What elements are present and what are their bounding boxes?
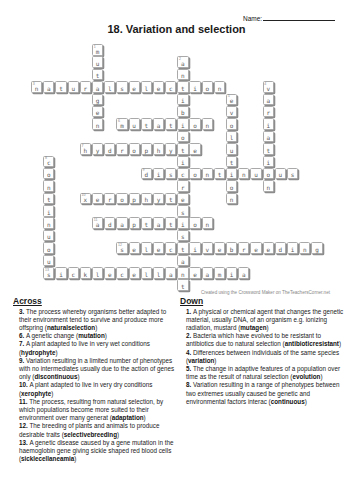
cell-letter: o — [203, 85, 212, 93]
cell-letter: i — [264, 159, 273, 167]
grid-cell-r11c14[interactable]: o — [189, 168, 200, 180]
cell-letter: e — [251, 246, 260, 254]
cell-letter: n — [178, 271, 187, 279]
cell-letter: g — [312, 246, 321, 254]
grid-cell-r19c3[interactable]: i — [55, 267, 66, 279]
grid-cell-r6c20[interactable]: r — [263, 106, 274, 118]
clue-item-answer: sicklecellaneamia — [21, 455, 74, 462]
grid-cell-r13c9[interactable]: p — [129, 193, 140, 205]
cell-letter: l — [154, 271, 163, 279]
grid-cell-r4c16[interactable]: n — [214, 81, 225, 93]
grid-cell-r15c8[interactable]: a — [116, 217, 127, 229]
clue-item-answer: mutagen — [240, 324, 266, 331]
clue-item: 8. Variation resulting in a range of phe… — [186, 381, 350, 406]
cell-letter: g — [93, 97, 102, 105]
grid-cell-r4c4[interactable]: u — [68, 81, 79, 93]
grid-cell-r10c2[interactable]: 8c — [43, 156, 54, 168]
cell-letter: t — [56, 85, 65, 93]
grid-cell-r15c2[interactable]: n — [43, 217, 54, 229]
cell-letter: a — [117, 221, 126, 229]
grid-cell-r15c6[interactable]: 11a — [92, 217, 103, 229]
cell-letter: i — [178, 97, 187, 105]
grid-cell-r4c2[interactable]: a — [43, 81, 54, 93]
grid-cell-r9c10[interactable]: p — [141, 143, 152, 155]
grid-cell-r17c10[interactable]: l — [141, 242, 152, 254]
cell-letter: i — [190, 246, 199, 254]
clue-item: 11. The process, resulting from natural … — [19, 398, 178, 423]
grid-cell-r16c13[interactable]: s — [177, 230, 188, 242]
cell-letter: b — [227, 246, 236, 254]
grid-cell-r17c17[interactable]: b — [226, 242, 237, 254]
cell-letter: o — [178, 134, 187, 142]
grid-cell-r13c2[interactable]: t — [43, 193, 54, 205]
grid-cell-r13c6[interactable]: e — [92, 193, 103, 205]
grid-cell-r18c2[interactable]: u — [43, 255, 54, 267]
cell-letter: r — [239, 246, 248, 254]
cell-letter: s — [166, 171, 175, 179]
cell-letter: t — [93, 72, 102, 80]
grid-cell-r10c13[interactable]: i — [177, 156, 188, 168]
grid-cell-r11c15[interactable]: n — [202, 168, 213, 180]
cell-letter: p — [130, 221, 139, 229]
grid-cell-r7c14[interactable]: o — [189, 118, 200, 130]
cell-letter: t — [178, 85, 187, 93]
cell-letter: m — [215, 271, 224, 279]
clue-item-answer: xerophyte — [21, 390, 51, 397]
cell-letter: a — [239, 271, 248, 279]
grid-cell-r9c6[interactable]: y — [92, 143, 103, 155]
cell-letter: c — [117, 271, 126, 279]
grid-cell-r15c15[interactable]: n — [202, 217, 213, 229]
cell-letter: h — [81, 147, 90, 155]
cell-letter: i — [264, 122, 273, 130]
grid-cell-r4c14[interactable]: i — [189, 81, 200, 93]
grid-cell-r7c17[interactable]: o — [226, 118, 237, 130]
cell-letter: o — [190, 171, 199, 179]
cell-letter: a — [203, 271, 212, 279]
grid-cell-r4c8[interactable]: s — [116, 81, 127, 93]
grid-cell-r17c16[interactable]: e — [214, 242, 225, 254]
cell-letter: e — [264, 246, 273, 254]
grid-cell-r13c11[interactable]: y — [153, 193, 164, 205]
grid-cell-r11c2[interactable]: o — [43, 168, 54, 180]
clue-item-answer: evolution — [292, 373, 320, 380]
grid-cell-r4c11[interactable]: e — [153, 81, 164, 93]
grid-cell-r13c13[interactable]: e — [177, 193, 188, 205]
cell-letter: e — [190, 147, 199, 155]
grid-cell-r20c13[interactable]: t — [177, 279, 188, 291]
grid-cell-r19c13[interactable]: n — [177, 267, 188, 279]
grid-cell-r15c10[interactable]: t — [141, 217, 152, 229]
grid-cell-r8c17[interactable]: l — [226, 131, 237, 143]
clue-item-number: 5. — [186, 365, 193, 372]
cell-letter: n — [44, 221, 53, 229]
cell-letter: t — [178, 283, 187, 291]
cell-letter: n — [264, 184, 273, 192]
grid-cell-r15c11[interactable]: a — [153, 217, 164, 229]
grid-cell-r17c2[interactable]: o — [43, 242, 54, 254]
cell-letter: e — [154, 85, 163, 93]
grid-cell-r13c10[interactable]: h — [141, 193, 152, 205]
cell-letter: l — [227, 134, 236, 142]
cell-letter: u — [93, 60, 102, 68]
cell-letter: e — [93, 109, 102, 117]
grid-cell-r11c21[interactable]: u — [275, 168, 286, 180]
grid-cell-r18c13[interactable]: a — [177, 255, 188, 267]
cell-letter: n — [203, 171, 212, 179]
cell-letter: i — [178, 221, 187, 229]
cell-letter: t — [227, 159, 236, 167]
clue-item: 9. Variation resulting in a limited numb… — [19, 357, 178, 382]
grid-cell-r13c7[interactable]: r — [104, 193, 115, 205]
cell-letter: p — [142, 147, 151, 155]
clue-item: 13. A genetic disease caused by a gene m… — [19, 439, 178, 464]
grid-cell-r19c12[interactable]: a — [165, 267, 176, 279]
credit-line: Created using the Crossword Maker on The… — [201, 290, 330, 295]
cell-letter: i — [178, 122, 187, 130]
cell-letter: l — [105, 85, 114, 93]
grid-cell-r5c13[interactable]: i — [177, 94, 188, 106]
cell-letter: n — [239, 171, 248, 179]
clue-item-number: 8. — [186, 381, 193, 388]
grid-cell-r17c8[interactable]: 12s — [116, 242, 127, 254]
grid-cell-r1c6[interactable]: 1m — [92, 44, 103, 56]
cell-letter: a — [154, 221, 163, 229]
grid-cell-r17c20[interactable]: e — [263, 242, 274, 254]
grid-cell-r14c13[interactable]: s — [177, 205, 188, 217]
grid-cell-r9c20[interactable]: t — [263, 143, 274, 155]
clue-item: 6. A genetic change (mutation) — [19, 332, 178, 340]
cell-letter: a — [264, 134, 273, 142]
crossword-grid: 1mu2atn3naturalselection4vgi5eaebvrn6mut… — [31, 44, 324, 292]
grid-cell-r7c6[interactable]: n — [92, 118, 103, 130]
grid-cell-r17c23[interactable]: n — [299, 242, 310, 254]
clue-item-answer: antibioticresistant — [285, 340, 339, 347]
clue-item-number: 1. — [186, 308, 193, 315]
cell-letter: u — [69, 85, 78, 93]
clue-item-number: 13. — [19, 439, 30, 446]
down-section: Down 1. A physical or chemical agent tha… — [180, 296, 350, 406]
grid-cell-r4c1[interactable]: 3n — [31, 81, 42, 93]
grid-cell-r6c13[interactable]: b — [177, 106, 188, 118]
cell-letter: a — [154, 122, 163, 130]
across-clues: 3. The process whereby organisms better … — [13, 308, 178, 464]
cell-letter: n — [44, 184, 53, 192]
cell-letter: l — [142, 246, 151, 254]
cell-letter: u — [130, 122, 139, 130]
grid-cell-r17c14[interactable]: i — [189, 242, 200, 254]
grid-cell-r10c20[interactable]: i — [263, 156, 274, 168]
cell-letter: y — [154, 196, 163, 204]
cell-letter: t — [178, 246, 187, 254]
grid-cell-r11c20[interactable]: o — [263, 168, 274, 180]
cell-letter: o — [264, 171, 273, 179]
cell-letter: t — [166, 221, 175, 229]
cell-letter: r — [81, 85, 90, 93]
grid-cell-r4c6[interactable]: a — [92, 81, 103, 93]
cell-letter: m — [93, 48, 102, 56]
grid-cell-r17c12[interactable]: c — [165, 242, 176, 254]
grid-cell-r15c13[interactable]: i — [177, 217, 188, 229]
cell-letter: e — [178, 196, 187, 204]
cell-letter: i — [154, 171, 163, 179]
cell-letter: n — [93, 122, 102, 130]
grid-cell-r19c9[interactable]: e — [129, 267, 140, 279]
clue-item: 5. The change in adaptive features of a … — [186, 365, 350, 381]
name-field: Name: — [243, 13, 335, 22]
grid-cell-r7c10[interactable]: t — [141, 118, 152, 130]
cell-letter: b — [178, 109, 187, 117]
grid-cell-r9c5[interactable]: 7h — [80, 143, 91, 155]
grid-cell-r19c17[interactable]: i — [226, 267, 237, 279]
grid-cell-r8c13[interactable]: o — [177, 131, 188, 143]
grid-cell-r16c2[interactable]: u — [43, 230, 54, 242]
grid-cell-r19c15[interactable]: a — [202, 267, 213, 279]
grid-cell-r13c8[interactable]: o — [116, 193, 127, 205]
cell-letter: y — [166, 147, 175, 155]
grid-cell-r4c7[interactable]: l — [104, 81, 115, 93]
grid-cell-r11c12[interactable]: s — [165, 168, 176, 180]
grid-cell-r4c15[interactable]: o — [202, 81, 213, 93]
grid-cell-r19c7[interactable]: e — [104, 267, 115, 279]
grid-cell-r17c18[interactable]: r — [238, 242, 249, 254]
grid-cell-r12c20[interactable]: n — [263, 180, 274, 192]
cell-letter: y — [93, 147, 102, 155]
cell-letter: n — [178, 72, 187, 80]
grid-cell-r17c13[interactable]: t — [177, 242, 188, 254]
grid-cell-r7c12[interactable]: t — [165, 118, 176, 130]
grid-cell-r12c2[interactable]: n — [43, 180, 54, 192]
clue-item-answer: hydrophyte — [21, 349, 55, 356]
grid-cell-r9c7[interactable]: d — [104, 143, 115, 155]
grid-cell-r11c18[interactable]: n — [238, 168, 249, 180]
grid-cell-r9c14[interactable]: e — [189, 143, 200, 155]
clue-item: 7. A plant adapted to live in very wet c… — [19, 340, 178, 356]
clue-item-number: 3. — [19, 308, 26, 315]
grid-cell-r17c9[interactable]: e — [129, 242, 140, 254]
cell-letter: e — [190, 271, 199, 279]
cell-letter: a — [93, 221, 102, 229]
grid-cell-r9c8[interactable]: r — [116, 143, 127, 155]
cell-letter: e — [215, 246, 224, 254]
grid-cell-r17c15[interactable]: v — [202, 242, 213, 254]
cell-letter: i — [44, 209, 53, 217]
grid-cell-r7c9[interactable]: u — [129, 118, 140, 130]
cell-letter: d — [142, 171, 151, 179]
page-title: 18. Variation and selection — [0, 23, 353, 35]
grid-cell-r8c20[interactable]: a — [263, 131, 274, 143]
grid-cell-r11c22[interactable]: s — [287, 168, 298, 180]
cell-letter: h — [154, 147, 163, 155]
name-input-line[interactable] — [263, 13, 335, 21]
grid-cell-r6c6[interactable]: e — [92, 106, 103, 118]
cell-letter: o — [44, 171, 53, 179]
cell-letter: t — [142, 221, 151, 229]
cell-letter: o — [190, 221, 199, 229]
cell-letter: e — [130, 85, 139, 93]
grid-cell-r4c3[interactable]: t — [55, 81, 66, 93]
cell-letter: l — [93, 271, 102, 279]
grid-cell-r19c6[interactable]: l — [92, 267, 103, 279]
clue-item-answer: mutation — [78, 332, 105, 339]
cell-letter: x — [81, 196, 90, 204]
grid-cell-r19c14[interactable]: e — [189, 267, 200, 279]
cell-letter: r — [264, 109, 273, 117]
clue-item-answer: discontinuous — [34, 373, 77, 380]
grid-cell-r5c17[interactable]: 5e — [226, 94, 237, 106]
grid-cell-r9c11[interactable]: h — [153, 143, 164, 155]
cell-letter: o — [130, 147, 139, 155]
grid-cell-r10c17[interactable]: t — [226, 156, 237, 168]
grid-cell-r17c21[interactable]: d — [275, 242, 286, 254]
down-heading: Down — [180, 296, 350, 306]
grid-cell-r15c7[interactable]: d — [104, 217, 115, 229]
cell-letter: v — [227, 109, 236, 117]
clue-item-answer: naturalselection — [47, 324, 95, 331]
grid-cell-r3c13[interactable]: n — [177, 69, 188, 81]
cell-letter: s — [178, 233, 187, 241]
cell-letter: u — [276, 171, 285, 179]
cell-letter: v — [264, 85, 273, 93]
cell-letter: c — [69, 271, 78, 279]
grid-cell-r9c12[interactable]: y — [165, 143, 176, 155]
cell-letter: t — [264, 147, 273, 155]
grid-cell-r4c12[interactable]: c — [165, 81, 176, 93]
grid-cell-r4c5[interactable]: r — [80, 81, 91, 93]
worksheet-page: { "game": "crossword", "header": { "name… — [0, 0, 353, 500]
name-label: Name: — [243, 15, 262, 22]
grid-cell-r9c13[interactable]: t — [177, 143, 188, 155]
grid-cell-r19c10[interactable]: l — [141, 267, 152, 279]
grid-cell-r12c13[interactable]: r — [177, 180, 188, 192]
clue-item-number: 11. — [19, 398, 29, 405]
grid-cell-r19c4[interactable]: c — [68, 267, 79, 279]
grid-cell-r11c19[interactable]: u — [250, 168, 261, 180]
cell-letter: t — [142, 122, 151, 130]
grid-cell-r19c8[interactable]: c — [116, 267, 127, 279]
grid-cell-r11c11[interactable]: i — [153, 168, 164, 180]
grid-cell-r19c18[interactable]: a — [238, 267, 249, 279]
cell-letter: l — [142, 85, 151, 93]
cell-letter: a — [93, 85, 102, 93]
cell-letter: h — [142, 196, 151, 204]
clue-item-number: 12. — [19, 422, 30, 429]
grid-cell-r15c14[interactable]: o — [189, 217, 200, 229]
grid-cell-r7c11[interactable]: a — [153, 118, 164, 130]
cell-letter: d — [276, 246, 285, 254]
grid-cell-r7c8[interactable]: 6m — [116, 118, 127, 130]
grid-cell-r11c10[interactable]: 9d — [141, 168, 152, 180]
cell-letter: a — [166, 271, 175, 279]
cell-letter: i — [190, 85, 199, 93]
cell-letter: r — [178, 184, 187, 192]
cell-letter: s — [178, 209, 187, 217]
grid-cell-r4c9[interactable]: e — [129, 81, 140, 93]
grid-cell-r7c15[interactable]: n — [202, 118, 213, 130]
clue-item-number: 10. — [19, 381, 30, 388]
cell-letter: s — [44, 271, 53, 279]
down-clues: 1. A physical or chemical agent that cha… — [180, 308, 350, 406]
grid-cell-r17c24[interactable]: g — [311, 242, 322, 254]
clue-item-number: 9. — [19, 357, 26, 364]
cell-letter: t — [215, 171, 224, 179]
grid-cell-r11c13[interactable]: c — [177, 168, 188, 180]
cell-letter: v — [203, 246, 212, 254]
grid-cell-r19c16[interactable]: m — [214, 267, 225, 279]
grid-cell-r3c6[interactable]: t — [92, 69, 103, 81]
cell-letter: n — [215, 85, 224, 93]
grid-cell-r9c9[interactable]: o — [129, 143, 140, 155]
grid-cell-r6c17[interactable]: v — [226, 106, 237, 118]
grid-cell-r14c2[interactable]: i — [43, 205, 54, 217]
cell-letter: u — [251, 171, 260, 179]
grid-cell-r7c13[interactable]: i — [177, 118, 188, 130]
grid-cell-r4c20[interactable]: 4v — [263, 81, 274, 93]
grid-cell-r13c5[interactable]: 10x — [80, 193, 91, 205]
grid-cell-r15c12[interactable]: t — [165, 217, 176, 229]
cell-letter: a — [264, 97, 273, 105]
cell-letter: e — [130, 246, 139, 254]
grid-cell-r19c5[interactable]: k — [80, 267, 91, 279]
grid-cell-r11c17[interactable]: i — [226, 168, 237, 180]
clue-item-number: 4. — [186, 349, 193, 356]
cell-letter: d — [105, 221, 114, 229]
grid-cell-r5c6[interactable]: g — [92, 94, 103, 106]
grid-cell-r19c11[interactable]: l — [153, 267, 164, 279]
cell-letter: s — [117, 246, 126, 254]
clue-item: 12. The breeding of plants and animals t… — [19, 422, 178, 438]
grid-cell-r2c13[interactable]: 2a — [177, 56, 188, 68]
grid-cell-r19c2[interactable]: 13s — [43, 267, 54, 279]
cell-letter: c — [178, 171, 187, 179]
grid-cell-r5c20[interactable]: a — [263, 94, 274, 106]
clue-item-number: 6. — [19, 332, 26, 339]
cell-letter: s — [288, 171, 297, 179]
cell-letter: e — [154, 246, 163, 254]
grid-cell-r7c20[interactable]: i — [263, 118, 274, 130]
cell-letter: i — [56, 271, 65, 279]
cell-letter: k — [81, 271, 90, 279]
cell-letter: e — [227, 97, 236, 105]
grid-cell-r11c16[interactable]: t — [214, 168, 225, 180]
cell-letter: n — [32, 85, 41, 93]
grid-cell-r13c17[interactable]: n — [226, 193, 237, 205]
grid-cell-r17c19[interactable]: e — [250, 242, 261, 254]
clue-item-answer: adaptation — [112, 414, 144, 421]
grid-cell-r17c22[interactable]: i — [287, 242, 298, 254]
across-heading: Across — [13, 296, 178, 306]
grid-cell-r4c13[interactable]: t — [177, 81, 188, 93]
cell-letter: o — [227, 122, 236, 130]
cell-letter: u — [44, 233, 53, 241]
cell-letter: r — [105, 196, 114, 204]
grid-cell-r17c11[interactable]: e — [153, 242, 164, 254]
cell-letter: p — [130, 196, 139, 204]
cell-letter: r — [117, 147, 126, 155]
grid-cell-r12c17[interactable]: o — [226, 180, 237, 192]
grid-cell-r2c6[interactable]: u — [92, 56, 103, 68]
grid-cell-r4c10[interactable]: l — [141, 81, 152, 93]
grid-cell-r9c17[interactable]: u — [226, 143, 237, 155]
cell-letter: t — [178, 147, 187, 155]
cell-letter: o — [117, 196, 126, 204]
cell-letter: a — [178, 258, 187, 266]
clue-item: 1. A physical or chemical agent that cha… — [186, 308, 350, 333]
cell-letter: u — [227, 147, 236, 155]
cell-letter: t — [44, 196, 53, 204]
grid-cell-r13c12[interactable]: t — [165, 193, 176, 205]
grid-cell-r15c9[interactable]: p — [129, 217, 140, 229]
